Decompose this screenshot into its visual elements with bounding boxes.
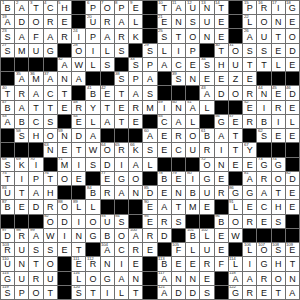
cell-r3c6[interactable]: I [86,44,99,57]
cell-r14c19[interactable]: H [272,200,285,213]
cell-r20c17[interactable]: R [243,286,256,299]
cell-r6c20[interactable]: 46D [286,86,299,99]
cell-r3c19[interactable]: E [272,44,285,57]
cell-r7c0[interactable]: 47B [1,101,14,114]
cell-r9c3[interactable]: O [44,129,57,142]
cell-r15c7[interactable]: 93U [101,215,114,228]
cell-r3c0[interactable]: 27S [1,44,14,57]
cell-r14c3[interactable]: R [44,200,57,213]
cell-r3c1[interactable]: M [15,44,28,57]
cell-r1c2[interactable]: O [29,15,42,28]
cell-r3c10[interactable]: 29S [143,44,156,57]
cell-r13c12[interactable]: N [172,186,185,199]
cell-r14c20[interactable]: E [286,200,299,213]
cell-r6c9[interactable]: A [129,86,142,99]
cell-r6c14[interactable]: 43A [200,86,213,99]
cell-r6c17[interactable]: R [243,86,256,99]
cell-r1c20[interactable]: E [286,15,299,28]
cell-r2c3[interactable]: A [44,29,57,42]
cell-r10c7[interactable]: 64O [101,143,114,156]
cell-r8c17[interactable]: R [243,115,256,128]
cell-r9c13[interactable]: O [186,129,199,142]
cell-r13c19[interactable]: T [272,186,285,199]
cell-r13c17[interactable]: G [243,186,256,199]
cell-r7c7[interactable]: T [101,101,114,114]
cell-r9c2[interactable]: H [29,129,42,142]
cell-r11c10[interactable]: L [143,158,156,171]
cell-r18c3[interactable]: O [44,257,57,270]
cell-r12c4[interactable]: O [58,172,71,185]
cell-r13c10[interactable]: 85D [143,186,156,199]
cell-r15c19[interactable]: S [272,215,285,228]
cell-r19c9[interactable]: N [129,272,142,285]
cell-r17c10[interactable]: E [143,243,156,256]
cell-r11c5[interactable]: I [72,158,85,171]
cell-r16c8[interactable]: O [115,229,128,242]
cell-r19c19[interactable]: O [272,272,285,285]
cell-r4c5[interactable]: W [72,58,85,71]
cell-r14c12[interactable]: T [172,200,185,213]
cell-r4c7[interactable]: S [101,58,114,71]
cell-r1c15[interactable]: E [215,15,228,28]
cell-r5c4[interactable]: N [58,72,71,85]
cell-r16c16[interactable]: W [229,229,242,242]
cell-r17c17[interactable]: 106L [243,243,256,256]
cell-r20c14[interactable]: S [200,286,213,299]
cell-r2c0[interactable]: 23S [1,29,14,42]
cell-r18c19[interactable]: H [272,257,285,270]
cell-r1c11[interactable]: 21E [158,15,171,28]
cell-r9c1[interactable]: 58S [15,129,28,142]
cell-r17c15[interactable]: E [215,243,228,256]
cell-r15c15[interactable]: 96B [215,215,228,228]
cell-r3c15[interactable]: 30T [215,44,228,57]
cell-r18c20[interactable]: T [286,257,299,270]
cell-r13c20[interactable]: E [286,186,299,199]
cell-r10c5[interactable]: T [72,143,85,156]
cell-r6c2[interactable]: A [29,86,42,99]
cell-r0c8[interactable]: 8P [115,1,128,14]
cell-r16c7[interactable]: B [101,229,114,242]
cell-r19c2[interactable]: R [29,272,42,285]
cell-r15c12[interactable]: S [172,215,185,228]
cell-r11c17[interactable]: E [243,158,256,171]
cell-r16c6[interactable]: G [86,229,99,242]
cell-r11c8[interactable]: I [115,158,128,171]
cell-r5c12[interactable]: 39S [172,72,185,85]
cell-r19c13[interactable]: N [186,272,199,285]
cell-r10c17[interactable]: 67Y [243,143,256,156]
cell-r17c8[interactable]: C [115,243,128,256]
cell-r0c14[interactable]: 13N [200,1,213,14]
cell-r3c13[interactable]: P [186,44,199,57]
cell-r18c9[interactable]: E [129,257,142,270]
cell-r8c0[interactable]: 53A [1,115,14,128]
cell-r12c19[interactable]: O [272,172,285,185]
cell-r0c12[interactable]: 11A [172,1,185,14]
cell-r6c7[interactable]: 42E [101,86,114,99]
cell-r1c4[interactable]: E [58,15,71,28]
cell-r14c2[interactable]: D [29,200,42,213]
cell-r0c9[interactable]: 9E [129,1,142,14]
cell-r15c4[interactable]: D [58,215,71,228]
cell-r3c12[interactable]: I [172,44,185,57]
cell-r3c5[interactable]: 28O [72,44,85,57]
cell-r3c18[interactable]: S [257,44,270,57]
cell-r14c16[interactable]: 91L [229,200,242,213]
cell-r12c12[interactable]: 79E [172,172,185,185]
cell-r7c5[interactable]: 48R [72,101,85,114]
cell-r8c3[interactable]: S [44,115,57,128]
cell-r18c5[interactable]: 111E [72,257,85,270]
cell-r1c9[interactable]: L [129,15,142,28]
cell-r19c5[interactable]: 116L [72,272,85,285]
cell-r20c9[interactable]: T [129,286,142,299]
cell-r11c6[interactable]: S [86,158,99,171]
cell-r10c16[interactable]: T [229,143,242,156]
cell-r2c5[interactable]: 24I [72,29,85,42]
cell-r5c16[interactable]: Z [229,72,242,85]
cell-r16c4[interactable]: I [58,229,71,242]
cell-r2c20[interactable]: O [286,29,299,42]
cell-r9c14[interactable]: 61B [200,129,213,142]
cell-r0c6[interactable]: 6P [86,1,99,14]
cell-r4c19[interactable]: L [272,58,285,71]
cell-r2c1[interactable]: A [15,29,28,42]
cell-r4c17[interactable]: T [243,58,256,71]
cell-r9c19[interactable]: E [272,129,285,142]
cell-r11c19[interactable]: 74G [272,158,285,171]
cell-r7c9[interactable]: R [129,101,142,114]
cell-r20c2[interactable]: O [29,286,42,299]
cell-r20c0[interactable]: 119S [1,286,14,299]
cell-r4c10[interactable]: P [143,58,156,71]
cell-r1c12[interactable]: N [172,15,185,28]
cell-r19c3[interactable]: U [44,272,57,285]
cell-r5c15[interactable]: E [215,72,228,85]
cell-r17c20[interactable]: 109E [286,243,299,256]
cell-r5c8[interactable]: 38S [115,72,128,85]
cell-r20c1[interactable]: P [15,286,28,299]
cell-r15c3[interactable]: 92O [44,215,57,228]
cell-r18c2[interactable]: T [29,257,42,270]
cell-r16c2[interactable]: 99A [29,229,42,242]
cell-r9c16[interactable]: T [229,129,242,142]
cell-r20c16[interactable]: 122G [229,286,242,299]
cell-r19c14[interactable]: E [200,272,213,285]
cell-r3c2[interactable]: U [29,44,42,57]
cell-r6c3[interactable]: C [44,86,57,99]
cell-r17c2[interactable]: S [29,243,42,256]
cell-r7c4[interactable]: E [58,101,71,114]
cell-r10c14[interactable]: R [200,143,213,156]
cell-r14c4[interactable]: 88O [58,200,71,213]
cell-r12c8[interactable]: G [115,172,128,185]
cell-r8c8[interactable]: T [115,115,128,128]
cell-r18c6[interactable]: 112R [86,257,99,270]
cell-r17c0[interactable]: 103R [1,243,14,256]
cell-r19c8[interactable]: A [115,272,128,285]
cell-r18c13[interactable]: E [186,257,199,270]
cell-r8c11[interactable]: 55C [158,115,171,128]
cell-r10c4[interactable]: E [58,143,71,156]
cell-r11c16[interactable]: E [229,158,242,171]
cell-r4c4[interactable]: 32A [58,58,71,71]
cell-r2c13[interactable]: O [186,29,199,42]
cell-r9c4[interactable]: 59N [58,129,71,142]
cell-r3c7[interactable]: L [101,44,114,57]
cell-r20c7[interactable]: I [101,286,114,299]
cell-r13c6[interactable]: 84B [86,186,99,199]
cell-r17c3[interactable]: S [44,243,57,256]
cell-r16c14[interactable]: 102L [200,229,213,242]
cell-r8c9[interactable]: E [129,115,142,128]
cell-r9c5[interactable]: D [72,129,85,142]
cell-r9c10[interactable]: 60A [143,129,156,142]
cell-r6c16[interactable]: O [229,86,242,99]
cell-r20c3[interactable]: T [44,286,57,299]
cell-r19c11[interactable]: 117A [158,272,171,285]
cell-r7c8[interactable]: E [115,101,128,114]
cell-r6c18[interactable]: 44N [257,86,270,99]
cell-r18c16[interactable]: 114L [229,257,242,270]
cell-r6c10[interactable]: S [143,86,156,99]
cell-r16c0[interactable]: 97D [1,229,14,242]
cell-r13c15[interactable]: R [215,186,228,199]
cell-r20c11[interactable]: 121A [158,286,171,299]
cell-r1c13[interactable]: S [186,15,199,28]
cell-r0c17[interactable]: 15P [243,1,256,14]
cell-r2c17[interactable]: 26A [243,29,256,42]
cell-r0c3[interactable]: 4C [44,1,57,14]
cell-r19c1[interactable]: U [15,272,28,285]
cell-r5c14[interactable]: E [200,72,213,85]
cell-r8c1[interactable]: B [15,115,28,128]
cell-r14c1[interactable]: E [15,200,28,213]
cell-r9c11[interactable]: E [158,129,171,142]
cell-r6c19[interactable]: 45E [272,86,285,99]
cell-r13c18[interactable]: A [257,186,270,199]
cell-r17c14[interactable]: U [200,243,213,256]
cell-r7c20[interactable]: E [286,101,299,114]
cell-r10c8[interactable]: 65R [115,143,128,156]
cell-r20c13[interactable]: D [186,286,199,299]
cell-r10c3[interactable]: 63N [44,143,57,156]
cell-r8c6[interactable]: L [86,115,99,128]
cell-r0c19[interactable]: 17I [272,1,285,14]
cell-r5c1[interactable]: 35A [15,72,28,85]
cell-r13c1[interactable]: T [15,186,28,199]
cell-r16c9[interactable]: 100A [129,229,142,242]
cell-r11c14[interactable]: 72O [200,158,213,171]
cell-r0c11[interactable]: 10T [158,1,171,14]
cell-r11c15[interactable]: N [215,158,228,171]
cell-r20c5[interactable]: 120S [72,286,85,299]
cell-r0c4[interactable]: 5H [58,1,71,14]
cell-r16c11[interactable]: D [158,229,171,242]
cell-r19c17[interactable]: A [243,272,256,285]
cell-r16c3[interactable]: W [44,229,57,242]
cell-r14c14[interactable]: E [200,200,213,213]
cell-r0c18[interactable]: 16R [257,1,270,14]
cell-r4c16[interactable]: U [229,58,242,71]
cell-r14c13[interactable]: M [186,200,199,213]
cell-r17c5[interactable]: T [72,243,85,256]
cell-r2c19[interactable]: T [272,29,285,42]
cell-r18c0[interactable]: 110U [1,257,14,270]
cell-r13c2[interactable]: A [29,186,42,199]
cell-r12c17[interactable]: 81A [243,172,256,185]
cell-r20c20[interactable]: A [286,286,299,299]
cell-r5c13[interactable]: N [186,72,199,85]
cell-r4c14[interactable]: 34S [200,58,213,71]
cell-r4c20[interactable]: E [286,58,299,71]
cell-r10c15[interactable]: I [215,143,228,156]
cell-r11c2[interactable]: 70I [29,158,42,171]
cell-r13c14[interactable]: U [200,186,213,199]
cell-r18c8[interactable]: I [115,257,128,270]
cell-r12c14[interactable]: G [200,172,213,185]
cell-r15c6[interactable]: O [86,215,99,228]
cell-r1c14[interactable]: U [200,15,213,28]
cell-r2c15[interactable]: E [215,29,228,42]
cell-r2c4[interactable]: R [58,29,71,42]
cell-r18c11[interactable]: 113B [158,257,171,270]
cell-r2c9[interactable]: K [129,29,142,42]
cell-r11c18[interactable]: 73G [257,158,270,171]
cell-r7c1[interactable]: A [15,101,28,114]
cell-r19c12[interactable]: N [172,272,185,285]
cell-r8c13[interactable]: L [186,115,199,128]
cell-r19c18[interactable]: R [257,272,270,285]
cell-r15c18[interactable]: E [257,215,270,228]
cell-r7c19[interactable]: R [272,101,285,114]
cell-r8c2[interactable]: C [29,115,42,128]
cell-r1c0[interactable]: 19A [1,15,14,28]
cell-r0c13[interactable]: 12U [186,1,199,14]
cell-r20c12[interactable]: D [172,286,185,299]
cell-r10c11[interactable]: E [158,143,171,156]
cell-r12c3[interactable]: 76T [44,172,57,185]
cell-r5c10[interactable]: A [143,72,156,85]
cell-r8c19[interactable]: I [272,115,285,128]
cell-r3c17[interactable]: S [243,44,256,57]
cell-r19c16[interactable]: 118A [229,272,242,285]
cell-r15c10[interactable]: 95E [143,215,156,228]
cell-r12c20[interactable]: 82D [286,172,299,185]
cell-r14c18[interactable]: C [257,200,270,213]
cell-r2c7[interactable]: A [101,29,114,42]
cell-r18c12[interactable]: E [172,257,185,270]
cell-r8c18[interactable]: B [257,115,270,128]
cell-r13c3[interactable]: H [44,186,57,199]
cell-r15c17[interactable]: R [243,215,256,228]
cell-r15c11[interactable]: R [158,215,171,228]
cell-r14c10[interactable]: 90E [143,200,156,213]
cell-r6c8[interactable]: T [115,86,128,99]
cell-r19c7[interactable]: G [101,272,114,285]
cell-r19c6[interactable]: O [86,272,99,285]
cell-r13c11[interactable]: E [158,186,171,199]
cell-r8c7[interactable]: A [101,115,114,128]
cell-r14c17[interactable]: E [243,200,256,213]
cell-r3c20[interactable]: D [286,44,299,57]
cell-r17c4[interactable]: E [58,243,71,256]
cell-r17c18[interactable]: 107O [257,243,270,256]
cell-r2c8[interactable]: R [115,29,128,42]
cell-r1c17[interactable]: 22L [243,15,256,28]
cell-r8c12[interactable]: A [172,115,185,128]
cell-r4c12[interactable]: C [172,58,185,71]
cell-r19c0[interactable]: 115G [1,272,14,285]
cell-r7c17[interactable]: 52E [243,101,256,114]
cell-r1c19[interactable]: N [272,15,285,28]
cell-r12c0[interactable]: 75T [1,172,14,185]
cell-r11c4[interactable]: 71M [58,158,71,171]
cell-r0c0[interactable]: 1B [1,1,14,14]
cell-r12c13[interactable]: 80I [186,172,199,185]
cell-r7c14[interactable]: L [200,101,213,114]
cell-r16c13[interactable]: 101B [186,229,199,242]
cell-r6c15[interactable]: D [215,86,228,99]
cell-r15c16[interactable]: O [229,215,242,228]
cell-r5c3[interactable]: 37A [44,72,57,85]
cell-r0c1[interactable]: 2A [15,1,28,14]
cell-r2c6[interactable]: P [86,29,99,42]
cell-r8c16[interactable]: 57E [229,115,242,128]
cell-r3c11[interactable]: L [158,44,171,57]
cell-r17c19[interactable]: 108S [272,243,285,256]
cell-r1c18[interactable]: O [257,15,270,28]
cell-r11c1[interactable]: 69K [15,158,28,171]
cell-r4c15[interactable]: H [215,58,228,71]
cell-r20c19[interactable]: T [272,286,285,299]
cell-r16c5[interactable]: N [72,229,85,242]
cell-r15c8[interactable]: 94S [115,215,128,228]
cell-r18c14[interactable]: R [200,257,213,270]
cell-r11c9[interactable]: A [129,158,142,171]
cell-r4c18[interactable]: T [257,58,270,71]
cell-r15c5[interactable]: I [72,215,85,228]
cell-r5c17[interactable]: E [243,72,256,85]
cell-r1c3[interactable]: R [44,15,57,28]
cell-r11c7[interactable]: D [101,158,114,171]
cell-r9c6[interactable]: A [86,129,99,142]
cell-r0c7[interactable]: 7O [101,1,114,14]
cell-r6c4[interactable]: T [58,86,71,99]
cell-r18c1[interactable]: N [15,257,28,270]
cell-r12c1[interactable]: I [15,172,28,185]
cell-r13c9[interactable]: N [129,186,142,199]
cell-r11c0[interactable]: 68S [1,158,14,171]
cell-r6c1[interactable]: R [15,86,28,99]
cell-r18c17[interactable]: I [243,257,256,270]
cell-r17c13[interactable]: L [186,243,199,256]
cell-r5c2[interactable]: 36M [29,72,42,85]
cell-r7c11[interactable]: 49I [158,101,171,114]
cell-r5c9[interactable]: P [129,72,142,85]
cell-r13c13[interactable]: B [186,186,199,199]
cell-r16c15[interactable]: E [215,229,228,242]
cell-r14c5[interactable]: 89L [72,200,85,213]
cell-r12c11[interactable]: 78B [158,172,171,185]
cell-r0c2[interactable]: 3T [29,1,42,14]
cell-r14c0[interactable]: 87B [1,200,14,213]
cell-r7c6[interactable]: Y [86,101,99,114]
cell-r13c7[interactable]: R [101,186,114,199]
cell-r13c8[interactable]: A [115,186,128,199]
cell-r9c12[interactable]: R [172,129,185,142]
